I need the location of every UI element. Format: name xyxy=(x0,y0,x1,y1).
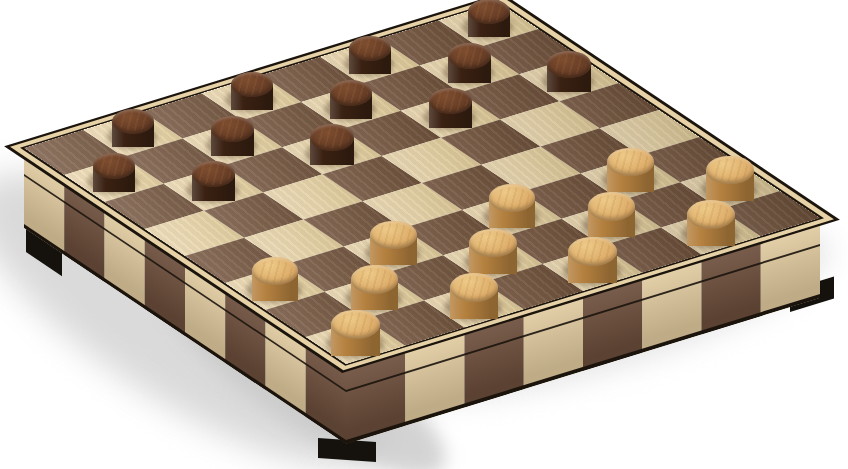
piece-top-face xyxy=(469,229,516,257)
light-checker-piece[interactable] xyxy=(331,310,379,356)
piece-top-face xyxy=(448,43,491,69)
piece-top-face xyxy=(429,88,473,114)
dark-checker-piece[interactable] xyxy=(211,116,254,155)
piece-top-face xyxy=(93,153,136,179)
piece-top-face xyxy=(330,80,373,106)
dark-checker-piece[interactable] xyxy=(330,80,373,119)
piece-top-face xyxy=(588,192,635,220)
scene xyxy=(0,0,848,469)
piece-top-face xyxy=(211,116,254,142)
light-checker-piece[interactable] xyxy=(588,192,635,237)
light-checker-piece[interactable] xyxy=(450,273,498,319)
dark-checker-piece[interactable] xyxy=(231,72,273,110)
light-checker-piece[interactable] xyxy=(252,257,299,301)
dark-checker-piece[interactable] xyxy=(112,109,154,147)
dark-checker-piece[interactable] xyxy=(468,0,510,37)
light-checker-piece[interactable] xyxy=(568,237,616,283)
piece-top-face xyxy=(450,273,498,302)
dark-checker-piece[interactable] xyxy=(547,51,591,91)
dark-checker-piece[interactable] xyxy=(349,36,391,74)
dark-checker-piece[interactable] xyxy=(429,88,473,128)
light-checker-piece[interactable] xyxy=(706,156,753,201)
piece-top-face xyxy=(231,72,273,97)
light-checker-piece[interactable] xyxy=(469,229,516,274)
piece-top-face xyxy=(192,161,236,187)
piece-top-face xyxy=(112,109,154,134)
piece-top-face xyxy=(468,0,510,24)
piece-top-face xyxy=(349,36,391,61)
piece-top-face xyxy=(310,124,354,150)
dark-checker-piece[interactable] xyxy=(93,153,136,192)
piece-top-face xyxy=(351,265,398,293)
piece-top-face xyxy=(568,237,616,266)
piece-top-face xyxy=(331,310,379,339)
dark-checker-piece[interactable] xyxy=(448,43,491,82)
light-checker-piece[interactable] xyxy=(489,184,536,228)
light-checker-piece[interactable] xyxy=(351,265,398,310)
piece-top-face xyxy=(607,148,654,176)
light-checker-piece[interactable] xyxy=(370,221,417,265)
light-checker-piece[interactable] xyxy=(687,200,735,246)
piece-top-face xyxy=(687,200,735,229)
dark-checker-piece[interactable] xyxy=(310,124,354,164)
piece-top-face xyxy=(547,51,591,77)
light-checker-piece[interactable] xyxy=(607,148,654,192)
piece-top-face xyxy=(370,221,417,249)
piece-top-face xyxy=(706,156,753,184)
dark-checker-piece[interactable] xyxy=(192,161,236,201)
